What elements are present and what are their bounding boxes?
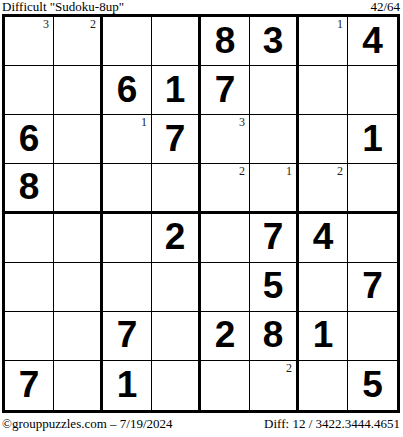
cell-r7c6[interactable]: 8 <box>250 312 299 361</box>
given-digit: 8 <box>215 22 236 61</box>
given-digit: 1 <box>165 71 186 110</box>
cell-r8c8[interactable]: 5 <box>348 361 397 410</box>
pencil-mark: 3 <box>239 115 245 129</box>
given-digit: 7 <box>117 316 138 355</box>
cell-r8c7[interactable] <box>299 361 348 410</box>
given-digit: 7 <box>362 267 383 306</box>
cell-r5c1[interactable] <box>5 214 54 263</box>
cell-r7c7[interactable]: 1 <box>299 312 348 361</box>
cell-r8c1[interactable]: 7 <box>5 361 54 410</box>
given-digit: 8 <box>263 316 284 355</box>
cell-r1c3[interactable] <box>103 17 152 66</box>
difficulty-text: Diff: 12 / 3422.3444.4651 <box>264 416 400 431</box>
cell-r1c6[interactable]: 3 <box>250 17 299 66</box>
cell-r4c3[interactable] <box>103 164 152 213</box>
given-digit: 6 <box>19 120 40 159</box>
given-digit: 1 <box>362 120 383 159</box>
cell-r4c5[interactable]: 2 <box>201 164 250 213</box>
cell-r2c3[interactable]: 6 <box>103 66 152 115</box>
pencil-mark: 3 <box>43 17 49 31</box>
cell-r1c2[interactable]: 2 <box>54 17 103 66</box>
cell-r8c6[interactable]: 2 <box>250 361 299 410</box>
cell-r5c3[interactable] <box>103 214 152 263</box>
cell-r3c1[interactable]: 6 <box>5 115 54 164</box>
cell-r6c5[interactable] <box>201 263 250 312</box>
cell-r2c4[interactable]: 1 <box>152 66 201 115</box>
given-digit: 6 <box>117 71 138 110</box>
copyright-text: ©grouppuzzles.com – 7/19/2024 <box>2 416 173 431</box>
puzzle-counter: 42/64 <box>370 0 400 14</box>
given-digit: 3 <box>263 22 284 61</box>
cell-r1c4[interactable] <box>152 17 201 66</box>
cell-r2c2[interactable] <box>54 66 103 115</box>
cell-r3c5[interactable]: 3 <box>201 115 250 164</box>
cell-r2c5[interactable]: 7 <box>201 66 250 115</box>
given-digit: 2 <box>165 218 186 257</box>
given-digit: 7 <box>165 120 186 159</box>
pencil-mark: 2 <box>239 164 245 178</box>
cell-r1c8[interactable]: 4 <box>348 17 397 66</box>
cell-r1c7[interactable]: 1 <box>299 17 348 66</box>
cell-r5c5[interactable] <box>201 214 250 263</box>
cell-r3c4[interactable]: 7 <box>152 115 201 164</box>
given-digit: 1 <box>313 316 334 355</box>
cell-r6c4[interactable] <box>152 263 201 312</box>
cell-r6c3[interactable] <box>103 263 152 312</box>
cell-r6c1[interactable] <box>5 263 54 312</box>
cell-r2c8[interactable] <box>348 66 397 115</box>
cell-r8c5[interactable] <box>201 361 250 410</box>
cell-r2c1[interactable] <box>5 66 54 115</box>
pencil-mark: 2 <box>286 361 292 375</box>
cell-r5c4[interactable]: 2 <box>152 214 201 263</box>
cell-r8c2[interactable] <box>54 361 103 410</box>
cell-r1c1[interactable]: 3 <box>5 17 54 66</box>
given-digit: 5 <box>362 366 383 405</box>
cell-r3c7[interactable] <box>299 115 348 164</box>
cell-r8c3[interactable]: 1 <box>103 361 152 410</box>
cell-r4c2[interactable] <box>54 164 103 213</box>
cell-r4c1[interactable]: 8 <box>5 164 54 213</box>
cell-r5c7[interactable]: 4 <box>299 214 348 263</box>
cell-r3c3[interactable]: 1 <box>103 115 152 164</box>
given-digit: 7 <box>263 218 284 257</box>
cell-r4c4[interactable] <box>152 164 201 213</box>
cell-r3c6[interactable] <box>250 115 299 164</box>
pencil-mark: 1 <box>337 17 343 31</box>
pencil-mark: 1 <box>286 164 292 178</box>
cell-r6c7[interactable] <box>299 263 348 312</box>
given-digit: 1 <box>117 366 138 405</box>
header: Difficult "Sudoku-8up" 42/64 <box>2 0 400 14</box>
puzzle-page: Difficult "Sudoku-8up" 42/64 32831461761… <box>0 0 403 437</box>
given-digit: 7 <box>19 366 40 405</box>
cell-r6c6[interactable]: 5 <box>250 263 299 312</box>
cell-r1c5[interactable]: 8 <box>201 17 250 66</box>
given-digit: 7 <box>215 71 236 110</box>
given-digit: 4 <box>313 218 334 257</box>
cell-r7c4[interactable] <box>152 312 201 361</box>
pencil-mark: 2 <box>90 17 96 31</box>
cell-r5c8[interactable] <box>348 214 397 263</box>
cell-r4c8[interactable] <box>348 164 397 213</box>
pencil-mark: 1 <box>141 115 147 129</box>
cell-r5c6[interactable]: 7 <box>250 214 299 263</box>
cell-r8c4[interactable] <box>152 361 201 410</box>
given-digit: 2 <box>215 316 236 355</box>
cell-r3c8[interactable]: 1 <box>348 115 397 164</box>
cell-r4c7[interactable]: 2 <box>299 164 348 213</box>
given-digit: 5 <box>263 267 284 306</box>
cell-r7c8[interactable] <box>348 312 397 361</box>
cell-r4c6[interactable]: 1 <box>250 164 299 213</box>
cell-r5c2[interactable] <box>54 214 103 263</box>
pencil-mark: 2 <box>337 164 343 178</box>
given-digit: 8 <box>19 168 40 207</box>
cell-r2c7[interactable] <box>299 66 348 115</box>
cell-r7c1[interactable] <box>5 312 54 361</box>
footer: ©grouppuzzles.com – 7/19/2024 Diff: 12 /… <box>2 416 400 431</box>
cell-r6c8[interactable]: 7 <box>348 263 397 312</box>
puzzle-title: Difficult "Sudoku-8up" <box>2 0 124 14</box>
given-digit: 4 <box>362 22 383 61</box>
sudoku-board: 3283146176173182122745772817125 <box>2 14 400 413</box>
cell-r7c5[interactable]: 2 <box>201 312 250 361</box>
cell-r3c2[interactable] <box>54 115 103 164</box>
cell-r2c6[interactable] <box>250 66 299 115</box>
cell-r7c2[interactable] <box>54 312 103 361</box>
cell-r6c2[interactable] <box>54 263 103 312</box>
cell-r7c3[interactable]: 7 <box>103 312 152 361</box>
